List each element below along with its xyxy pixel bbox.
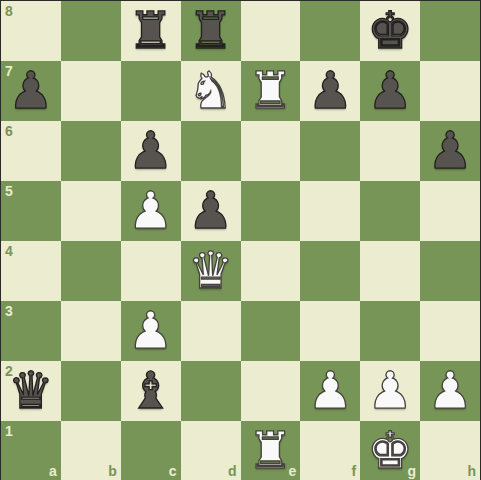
file-label-c: c <box>169 464 177 478</box>
square-g8[interactable]: ♚ <box>360 1 420 61</box>
square-g6[interactable] <box>360 121 420 181</box>
rank-label-3: 3 <box>5 304 13 318</box>
square-a3[interactable]: 3 <box>1 301 61 361</box>
square-c6[interactable]: ♟ <box>121 121 181 181</box>
square-b8[interactable] <box>61 1 121 61</box>
square-e1[interactable]: e♜ <box>241 421 301 480</box>
piece-black-pawn[interactable]: ♟ <box>8 61 54 121</box>
square-c1[interactable]: c <box>121 421 181 480</box>
square-g3[interactable] <box>360 301 420 361</box>
square-h8[interactable] <box>420 1 480 61</box>
file-label-d: d <box>228 464 237 478</box>
square-e6[interactable] <box>241 121 301 181</box>
square-c7[interactable] <box>121 61 181 121</box>
file-label-h: h <box>467 464 476 478</box>
square-h7[interactable] <box>420 61 480 121</box>
chess-board: 8♜♜♚7♟♞♜♟♟6♟♟5♟♟4♛3♟2♛♝♟♟♟1abcde♜fg♚h <box>1 1 480 479</box>
square-a2[interactable]: 2♛ <box>1 361 61 421</box>
square-d6[interactable] <box>181 121 241 181</box>
square-h2[interactable]: ♟ <box>420 361 480 421</box>
square-h6[interactable]: ♟ <box>420 121 480 181</box>
square-g7[interactable]: ♟ <box>360 61 420 121</box>
square-c4[interactable] <box>121 241 181 301</box>
piece-white-pawn[interactable]: ♟ <box>128 181 174 241</box>
square-a5[interactable]: 5 <box>1 181 61 241</box>
piece-black-rook[interactable]: ♜ <box>188 1 234 61</box>
chess-board-frame: 8♜♜♚7♟♞♜♟♟6♟♟5♟♟4♛3♟2♛♝♟♟♟1abcde♜fg♚h <box>0 0 481 480</box>
square-b3[interactable] <box>61 301 121 361</box>
square-c3[interactable]: ♟ <box>121 301 181 361</box>
piece-white-rook[interactable]: ♜ <box>248 421 294 480</box>
square-b4[interactable] <box>61 241 121 301</box>
square-e5[interactable] <box>241 181 301 241</box>
piece-white-rook[interactable]: ♜ <box>248 61 294 121</box>
square-d2[interactable] <box>181 361 241 421</box>
piece-white-queen[interactable]: ♛ <box>188 241 234 301</box>
rank-label-8: 8 <box>5 4 13 18</box>
square-h5[interactable] <box>420 181 480 241</box>
square-f5[interactable] <box>300 181 360 241</box>
square-a8[interactable]: 8 <box>1 1 61 61</box>
square-f7[interactable]: ♟ <box>300 61 360 121</box>
square-f8[interactable] <box>300 1 360 61</box>
square-d3[interactable] <box>181 301 241 361</box>
square-b2[interactable] <box>61 361 121 421</box>
square-e8[interactable] <box>241 1 301 61</box>
file-label-f: f <box>352 464 357 478</box>
file-label-a: a <box>49 464 57 478</box>
square-b6[interactable] <box>61 121 121 181</box>
square-f4[interactable] <box>300 241 360 301</box>
square-g5[interactable] <box>360 181 420 241</box>
piece-white-pawn[interactable]: ♟ <box>367 361 413 421</box>
rank-label-6: 6 <box>5 124 13 138</box>
square-f1[interactable]: f <box>300 421 360 480</box>
piece-black-pawn[interactable]: ♟ <box>367 61 413 121</box>
rank-label-1: 1 <box>5 424 13 438</box>
square-g4[interactable] <box>360 241 420 301</box>
square-h1[interactable]: h <box>420 421 480 480</box>
square-a6[interactable]: 6 <box>1 121 61 181</box>
piece-white-pawn[interactable]: ♟ <box>307 361 353 421</box>
square-b5[interactable] <box>61 181 121 241</box>
file-label-b: b <box>108 464 117 478</box>
piece-black-pawn[interactable]: ♟ <box>128 121 174 181</box>
piece-white-knight[interactable]: ♞ <box>188 61 234 121</box>
square-c8[interactable]: ♜ <box>121 1 181 61</box>
piece-black-queen[interactable]: ♛ <box>8 361 54 421</box>
rank-label-5: 5 <box>5 184 13 198</box>
square-a7[interactable]: 7♟ <box>1 61 61 121</box>
square-e3[interactable] <box>241 301 301 361</box>
square-d7[interactable]: ♞ <box>181 61 241 121</box>
square-f6[interactable] <box>300 121 360 181</box>
piece-black-pawn[interactable]: ♟ <box>188 181 234 241</box>
piece-white-pawn[interactable]: ♟ <box>427 361 473 421</box>
square-g2[interactable]: ♟ <box>360 361 420 421</box>
piece-black-pawn[interactable]: ♟ <box>307 61 353 121</box>
square-b1[interactable]: b <box>61 421 121 480</box>
piece-black-king[interactable]: ♚ <box>367 1 413 61</box>
square-d5[interactable]: ♟ <box>181 181 241 241</box>
square-e7[interactable]: ♜ <box>241 61 301 121</box>
square-b7[interactable] <box>61 61 121 121</box>
square-d4[interactable]: ♛ <box>181 241 241 301</box>
piece-black-rook[interactable]: ♜ <box>128 1 174 61</box>
piece-black-pawn[interactable]: ♟ <box>427 121 473 181</box>
square-e2[interactable] <box>241 361 301 421</box>
piece-white-king[interactable]: ♚ <box>367 421 413 480</box>
piece-black-bishop[interactable]: ♝ <box>128 361 174 421</box>
square-a1[interactable]: 1a <box>1 421 61 480</box>
square-d8[interactable]: ♜ <box>181 1 241 61</box>
square-d1[interactable]: d <box>181 421 241 480</box>
square-h4[interactable] <box>420 241 480 301</box>
square-c5[interactable]: ♟ <box>121 181 181 241</box>
square-h3[interactable] <box>420 301 480 361</box>
square-g1[interactable]: g♚ <box>360 421 420 480</box>
square-a4[interactable]: 4 <box>1 241 61 301</box>
rank-label-4: 4 <box>5 244 13 258</box>
square-f3[interactable] <box>300 301 360 361</box>
piece-white-pawn[interactable]: ♟ <box>128 301 174 361</box>
square-c2[interactable]: ♝ <box>121 361 181 421</box>
square-e4[interactable] <box>241 241 301 301</box>
square-f2[interactable]: ♟ <box>300 361 360 421</box>
